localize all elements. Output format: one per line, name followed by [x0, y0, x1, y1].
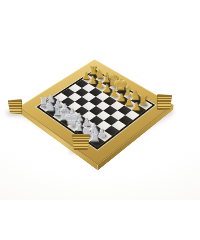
corner-foot-left: [8, 99, 22, 114]
corner-foot-right: [157, 94, 172, 110]
chess-board-frame: ♜♞♝♛♚♝♞♜♟♟♟♟♟♟♟♟♟♟♟♟♟♟♟♟♜♞♝♛♚♝♞♜: [18, 59, 174, 165]
piece-white-rook: ♜: [32, 96, 56, 108]
square-h5: [118, 115, 133, 125]
corner-foot-front: [72, 134, 90, 150]
piece-black-rook: ♜: [131, 95, 155, 107]
